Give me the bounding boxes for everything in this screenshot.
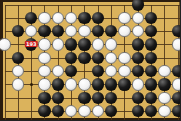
black-stone <box>145 25 158 38</box>
white-stone <box>158 105 171 118</box>
black-stone <box>65 52 78 65</box>
black-stone <box>105 92 118 105</box>
white-stone <box>52 65 65 78</box>
grid-line-horizontal <box>5 5 181 6</box>
black-stone <box>52 78 65 91</box>
white-stone <box>118 65 131 78</box>
board-border-left <box>0 0 3 120</box>
black-stone <box>132 92 145 105</box>
white-stone <box>78 25 91 38</box>
marked-black-stone-last-move: 193 <box>25 38 38 51</box>
white-stone <box>52 38 65 51</box>
white-stone <box>92 38 105 51</box>
white-stone <box>118 12 131 25</box>
black-stone <box>78 52 91 65</box>
white-stone <box>172 78 180 91</box>
white-stone <box>105 38 118 51</box>
black-stone <box>158 78 171 91</box>
black-stone <box>118 78 131 91</box>
white-stone <box>0 38 11 51</box>
black-stone <box>132 52 145 65</box>
white-stone <box>132 12 145 25</box>
black-stone <box>172 92 180 105</box>
white-stone <box>38 78 51 91</box>
black-stone <box>52 25 65 38</box>
go-board[interactable]: 193 <box>0 0 180 120</box>
black-stone <box>145 12 158 25</box>
white-stone <box>172 38 180 51</box>
black-stone <box>78 92 91 105</box>
white-stone <box>118 25 131 38</box>
white-stone <box>52 12 65 25</box>
white-stone <box>158 65 171 78</box>
black-stone <box>65 38 78 51</box>
white-stone <box>65 105 78 118</box>
board-border-top <box>0 0 180 2</box>
black-stone <box>12 52 25 65</box>
black-stone <box>52 92 65 105</box>
black-stone <box>172 25 180 38</box>
white-stone <box>92 105 105 118</box>
black-stone <box>38 105 51 118</box>
black-stone <box>78 12 91 25</box>
black-stone <box>92 65 105 78</box>
white-stone <box>132 25 145 38</box>
white-stone <box>78 105 91 118</box>
white-stone <box>158 92 171 105</box>
black-stone <box>105 78 118 91</box>
black-stone <box>52 105 65 118</box>
black-stone <box>145 78 158 91</box>
white-stone <box>65 12 78 25</box>
white-stone <box>105 65 118 78</box>
black-stone <box>92 92 105 105</box>
black-stone <box>38 25 51 38</box>
white-stone <box>132 78 145 91</box>
white-stone <box>25 25 38 38</box>
white-stone <box>118 52 131 65</box>
white-stone <box>38 52 51 65</box>
black-stone <box>65 65 78 78</box>
white-stone <box>38 12 51 25</box>
move-number-label: 193 <box>25 41 37 47</box>
white-stone <box>65 78 78 91</box>
black-stone <box>25 12 38 25</box>
white-stone <box>78 78 91 91</box>
black-stone <box>38 92 51 105</box>
black-stone <box>92 78 105 91</box>
black-stone <box>145 92 158 105</box>
black-stone <box>78 38 91 51</box>
black-stone <box>145 65 158 78</box>
white-stone <box>65 25 78 38</box>
black-stone <box>92 25 105 38</box>
white-stone <box>38 65 51 78</box>
board-border-bottom <box>0 118 180 120</box>
black-stone <box>132 0 145 11</box>
black-stone <box>145 52 158 65</box>
black-stone <box>92 52 105 65</box>
black-stone <box>132 105 145 118</box>
grid-line-vertical <box>5 5 6 121</box>
black-stone <box>145 38 158 51</box>
white-stone <box>105 52 118 65</box>
white-stone <box>12 65 25 78</box>
black-stone <box>132 65 145 78</box>
black-stone <box>92 12 105 25</box>
black-stone <box>105 105 118 118</box>
black-stone <box>172 65 180 78</box>
black-stone <box>172 105 180 118</box>
white-stone <box>12 78 25 91</box>
black-stone <box>132 38 145 51</box>
white-stone <box>38 38 51 51</box>
black-stone <box>105 25 118 38</box>
black-stone <box>145 105 158 118</box>
hoshi-point <box>30 83 33 86</box>
black-stone <box>12 25 25 38</box>
